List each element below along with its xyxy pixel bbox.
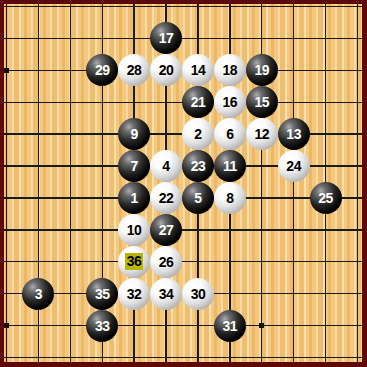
stone-number: 7 xyxy=(130,159,137,173)
stone-number: 30 xyxy=(191,287,206,301)
stone-number: 21 xyxy=(191,95,206,109)
stone-number: 29 xyxy=(95,63,110,77)
stone-13-black[interactable]: 13 xyxy=(278,118,310,150)
star-point xyxy=(4,68,9,73)
stone-11-black[interactable]: 11 xyxy=(214,150,246,182)
stone-18-white[interactable]: 18 xyxy=(214,54,246,86)
stone-24-white[interactable]: 24 xyxy=(278,150,310,182)
grid-line-horizontal xyxy=(0,38,367,39)
stone-number: 35 xyxy=(95,287,110,301)
stone-27-black[interactable]: 27 xyxy=(150,214,182,246)
star-point xyxy=(4,323,9,328)
grid-line-vertical xyxy=(357,0,358,367)
stone-17-black[interactable]: 17 xyxy=(150,22,182,54)
stone-number: 3 xyxy=(35,287,42,301)
stone-7-black[interactable]: 7 xyxy=(118,150,150,182)
stone-22-white[interactable]: 22 xyxy=(150,182,182,214)
stone-30-white[interactable]: 30 xyxy=(182,278,214,310)
stone-number: 8 xyxy=(226,191,233,205)
stone-number: 1 xyxy=(130,191,137,205)
stone-20-white[interactable]: 20 xyxy=(150,54,182,86)
go-board[interactable]: 1234567891011121314151617181920212223242… xyxy=(0,0,367,367)
stone-19-black[interactable]: 19 xyxy=(246,54,278,86)
stone-number: 15 xyxy=(254,95,269,109)
stone-number: 16 xyxy=(223,95,238,109)
stone-1-black[interactable]: 1 xyxy=(118,182,150,214)
stone-number: 5 xyxy=(194,191,201,205)
stone-26-white[interactable]: 26 xyxy=(150,246,182,278)
stone-number: 17 xyxy=(159,31,174,45)
stone-16-white[interactable]: 16 xyxy=(214,86,246,118)
stone-14-white[interactable]: 14 xyxy=(182,54,214,86)
stone-number: 12 xyxy=(254,127,269,141)
stone-number: 24 xyxy=(286,159,301,173)
stone-10-white[interactable]: 10 xyxy=(118,214,150,246)
stone-number: 6 xyxy=(226,127,233,141)
stone-number: 13 xyxy=(286,127,301,141)
stone-21-black[interactable]: 21 xyxy=(182,86,214,118)
grid-line-vertical xyxy=(6,0,7,367)
grid-line-horizontal xyxy=(0,261,367,262)
stone-32-white[interactable]: 32 xyxy=(118,278,150,310)
stone-4-white[interactable]: 4 xyxy=(150,150,182,182)
last-move-marker: 36 xyxy=(125,253,144,270)
star-point xyxy=(259,323,264,328)
stone-12-white[interactable]: 12 xyxy=(246,118,278,150)
stone-9-black[interactable]: 9 xyxy=(118,118,150,150)
grid-line-horizontal xyxy=(0,357,367,358)
stone-8-white[interactable]: 8 xyxy=(214,182,246,214)
stone-25-black[interactable]: 25 xyxy=(310,182,342,214)
stone-23-black[interactable]: 23 xyxy=(182,150,214,182)
stone-number: 23 xyxy=(191,159,206,173)
stone-number: 11 xyxy=(223,159,237,173)
stone-number: 2 xyxy=(194,127,201,141)
stone-number: 31 xyxy=(223,319,238,333)
stone-number: 20 xyxy=(159,63,174,77)
stone-number: 34 xyxy=(159,287,174,301)
stone-33-black[interactable]: 33 xyxy=(86,310,118,342)
grid-line-horizontal xyxy=(0,229,367,230)
stone-6-white[interactable]: 6 xyxy=(214,118,246,150)
stone-number: 18 xyxy=(223,63,238,77)
grid-line-horizontal xyxy=(0,325,367,326)
stone-28-white[interactable]: 28 xyxy=(118,54,150,86)
stone-number: 28 xyxy=(127,63,142,77)
stone-5-black[interactable]: 5 xyxy=(182,182,214,214)
stone-number: 14 xyxy=(191,63,206,77)
stone-34-white[interactable]: 34 xyxy=(150,278,182,310)
grid-line-vertical xyxy=(293,0,294,367)
stone-29-black[interactable]: 29 xyxy=(86,54,118,86)
stone-number: 27 xyxy=(159,223,174,237)
stone-number: 19 xyxy=(254,63,269,77)
stone-35-black[interactable]: 35 xyxy=(86,278,118,310)
grid-line-vertical xyxy=(70,0,71,367)
stone-number: 10 xyxy=(127,223,142,237)
stone-2-white[interactable]: 2 xyxy=(182,118,214,150)
stone-number: 9 xyxy=(130,127,137,141)
grid-line-vertical xyxy=(38,0,39,367)
stone-15-black[interactable]: 15 xyxy=(246,86,278,118)
stone-number: 25 xyxy=(318,191,333,205)
go-diagram: 1234567891011121314151617181920212223242… xyxy=(0,0,367,367)
stone-number: 22 xyxy=(159,191,174,205)
stone-number: 32 xyxy=(127,287,142,301)
stone-31-black[interactable]: 31 xyxy=(214,310,246,342)
stone-36-white[interactable]: 36 xyxy=(118,246,150,278)
stone-number: 26 xyxy=(159,255,174,269)
stone-3-black[interactable]: 3 xyxy=(22,278,54,310)
grid-line-horizontal xyxy=(0,6,367,7)
stone-number: 33 xyxy=(95,319,110,333)
stone-number: 4 xyxy=(162,159,169,173)
